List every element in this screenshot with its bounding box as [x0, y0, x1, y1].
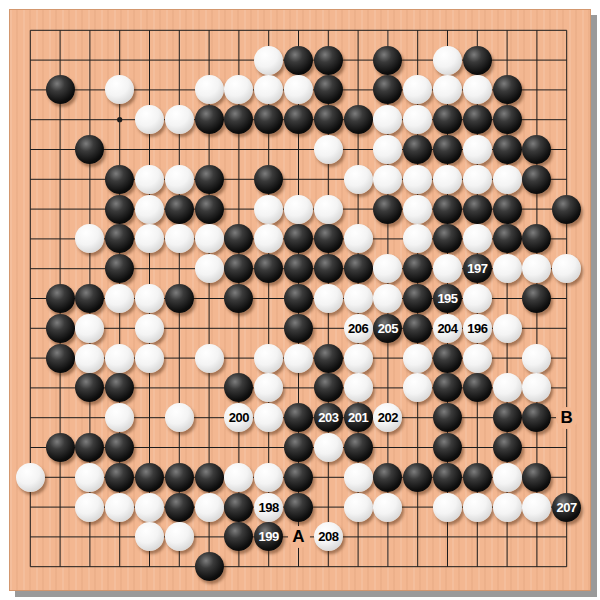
black-stone[interactable] — [552, 195, 581, 224]
black-stone[interactable] — [284, 403, 313, 432]
black-stone[interactable] — [165, 463, 194, 492]
black-stone[interactable] — [493, 195, 522, 224]
white-stone[interactable]: 206 — [344, 314, 373, 343]
black-stone[interactable] — [493, 403, 522, 432]
black-stone[interactable] — [314, 105, 343, 134]
white-stone[interactable] — [403, 344, 432, 373]
white-stone[interactable] — [165, 522, 194, 551]
black-stone[interactable] — [463, 373, 492, 402]
move-number-label: 202 — [378, 411, 398, 424]
white-stone[interactable] — [284, 344, 313, 373]
white-stone[interactable] — [463, 493, 492, 522]
move-number-label: 206 — [348, 322, 368, 335]
white-stone[interactable] — [314, 195, 343, 224]
white-stone[interactable] — [463, 344, 492, 373]
white-stone[interactable] — [373, 493, 402, 522]
black-stone[interactable] — [314, 373, 343, 402]
white-stone[interactable] — [493, 254, 522, 283]
black-stone[interactable]: 195 — [433, 284, 462, 313]
black-stone[interactable] — [284, 463, 313, 492]
black-stone[interactable] — [195, 105, 224, 134]
black-stone[interactable] — [373, 463, 402, 492]
white-stone[interactable] — [195, 344, 224, 373]
white-stone[interactable] — [344, 344, 373, 373]
black-stone[interactable] — [314, 75, 343, 104]
white-stone[interactable] — [463, 224, 492, 253]
black-stone[interactable]: 203 — [314, 403, 343, 432]
black-stone[interactable] — [314, 254, 343, 283]
white-stone[interactable] — [344, 224, 373, 253]
black-stone[interactable] — [403, 463, 432, 492]
black-stone[interactable] — [46, 433, 75, 462]
move-number-label: 196 — [467, 322, 487, 335]
black-stone[interactable] — [403, 314, 432, 343]
move-number-label: 205 — [378, 322, 398, 335]
white-stone[interactable] — [433, 254, 462, 283]
black-stone[interactable] — [284, 254, 313, 283]
black-stone[interactable] — [493, 224, 522, 253]
white-stone[interactable] — [522, 493, 551, 522]
black-stone[interactable] — [46, 75, 75, 104]
white-stone[interactable] — [195, 254, 224, 283]
black-stone[interactable] — [493, 105, 522, 134]
white-stone[interactable] — [75, 463, 104, 492]
black-stone[interactable] — [284, 105, 313, 134]
black-stone[interactable] — [433, 403, 462, 432]
black-stone[interactable]: 197 — [463, 254, 492, 283]
star-point — [117, 117, 122, 122]
white-stone[interactable] — [135, 493, 164, 522]
white-stone[interactable] — [284, 195, 313, 224]
white-stone[interactable] — [75, 493, 104, 522]
black-stone[interactable] — [195, 165, 224, 194]
black-stone[interactable] — [403, 284, 432, 313]
white-stone[interactable] — [344, 284, 373, 313]
black-stone[interactable] — [433, 195, 462, 224]
black-stone[interactable] — [165, 493, 194, 522]
black-stone[interactable] — [46, 314, 75, 343]
white-stone[interactable]: 196 — [463, 314, 492, 343]
white-stone[interactable] — [493, 493, 522, 522]
white-stone[interactable] — [254, 46, 283, 75]
black-stone[interactable] — [463, 195, 492, 224]
white-stone[interactable] — [105, 344, 134, 373]
move-number-label: 203 — [318, 411, 338, 424]
white-stone[interactable] — [105, 284, 134, 313]
white-stone[interactable] — [135, 314, 164, 343]
white-stone[interactable] — [493, 165, 522, 194]
white-stone[interactable] — [165, 105, 194, 134]
white-stone[interactable] — [493, 463, 522, 492]
white-stone[interactable] — [373, 165, 402, 194]
white-stone[interactable] — [75, 344, 104, 373]
black-stone[interactable] — [314, 224, 343, 253]
white-stone[interactable] — [403, 165, 432, 194]
white-stone[interactable] — [195, 75, 224, 104]
black-stone[interactable] — [493, 135, 522, 164]
white-stone[interactable] — [135, 165, 164, 194]
black-stone[interactable] — [105, 433, 134, 462]
white-stone[interactable] — [224, 463, 253, 492]
move-number-label: 200 — [229, 411, 249, 424]
black-stone[interactable] — [344, 105, 373, 134]
white-stone[interactable] — [463, 75, 492, 104]
white-stone[interactable] — [135, 344, 164, 373]
black-stone[interactable] — [284, 46, 313, 75]
black-stone[interactable] — [433, 433, 462, 462]
white-stone[interactable] — [433, 46, 462, 75]
white-stone[interactable] — [16, 463, 45, 492]
black-stone[interactable] — [284, 493, 313, 522]
white-stone[interactable] — [135, 105, 164, 134]
white-stone[interactable] — [195, 224, 224, 253]
black-stone[interactable] — [344, 254, 373, 283]
white-stone[interactable] — [314, 284, 343, 313]
white-stone[interactable] — [314, 433, 343, 462]
black-stone[interactable]: 201 — [344, 403, 373, 432]
move-number-label: 201 — [348, 411, 368, 424]
white-stone[interactable] — [344, 165, 373, 194]
white-stone[interactable] — [135, 195, 164, 224]
white-stone[interactable]: 198 — [254, 493, 283, 522]
black-stone[interactable] — [433, 105, 462, 134]
move-number-label: 208 — [318, 530, 338, 543]
white-stone[interactable] — [254, 344, 283, 373]
black-stone[interactable] — [284, 284, 313, 313]
black-stone[interactable] — [463, 105, 492, 134]
white-stone[interactable] — [165, 165, 194, 194]
black-stone[interactable] — [493, 433, 522, 462]
white-stone[interactable] — [344, 493, 373, 522]
black-stone[interactable] — [493, 75, 522, 104]
white-stone[interactable] — [344, 373, 373, 402]
black-stone[interactable] — [373, 46, 402, 75]
black-stone[interactable] — [195, 552, 224, 581]
black-stone[interactable] — [284, 433, 313, 462]
point-label-A: A — [288, 526, 310, 548]
black-stone[interactable] — [403, 135, 432, 164]
white-stone[interactable] — [493, 373, 522, 402]
black-stone[interactable] — [135, 463, 164, 492]
black-stone[interactable] — [254, 165, 283, 194]
white-stone[interactable] — [75, 314, 104, 343]
page-background: 1971952062052041962002032012021982071992… — [0, 0, 600, 600]
black-stone[interactable] — [373, 195, 402, 224]
white-stone[interactable] — [403, 195, 432, 224]
black-stone[interactable] — [46, 344, 75, 373]
white-stone[interactable] — [105, 493, 134, 522]
white-stone[interactable] — [493, 314, 522, 343]
white-stone[interactable] — [135, 284, 164, 313]
black-stone[interactable]: 205 — [373, 314, 402, 343]
black-stone[interactable] — [344, 433, 373, 462]
black-stone[interactable] — [463, 463, 492, 492]
white-stone[interactable]: 208 — [314, 522, 343, 551]
black-stone[interactable]: 207 — [552, 493, 581, 522]
black-stone[interactable] — [522, 463, 551, 492]
black-stone[interactable] — [105, 195, 134, 224]
move-number-label: 199 — [259, 530, 279, 543]
black-stone[interactable] — [105, 463, 134, 492]
white-stone[interactable] — [463, 165, 492, 194]
black-stone[interactable] — [433, 463, 462, 492]
black-stone[interactable] — [314, 46, 343, 75]
white-stone[interactable]: 204 — [433, 314, 462, 343]
move-number-label: 207 — [557, 501, 577, 514]
black-stone[interactable] — [46, 284, 75, 313]
white-stone[interactable] — [463, 284, 492, 313]
white-stone[interactable] — [254, 463, 283, 492]
black-stone[interactable] — [433, 135, 462, 164]
white-stone[interactable] — [195, 493, 224, 522]
black-stone[interactable] — [195, 463, 224, 492]
move-number-label: 204 — [437, 322, 457, 335]
white-stone[interactable] — [463, 135, 492, 164]
black-stone[interactable] — [433, 344, 462, 373]
white-stone[interactable] — [433, 165, 462, 194]
black-stone[interactable] — [105, 165, 134, 194]
white-stone[interactable] — [344, 463, 373, 492]
white-stone[interactable] — [165, 403, 194, 432]
black-stone[interactable] — [165, 284, 194, 313]
move-number-label: 198 — [259, 501, 279, 514]
move-number-label: 197 — [467, 262, 487, 275]
white-stone[interactable] — [254, 195, 283, 224]
black-stone[interactable] — [463, 46, 492, 75]
black-stone[interactable] — [314, 344, 343, 373]
black-stone[interactable] — [195, 195, 224, 224]
white-stone[interactable] — [433, 493, 462, 522]
white-stone[interactable] — [314, 135, 343, 164]
point-label-B: B — [556, 407, 578, 429]
go-board[interactable]: 1971952062052041962002032012021982071992… — [9, 9, 591, 591]
black-stone[interactable] — [224, 493, 253, 522]
black-stone[interactable] — [165, 195, 194, 224]
white-stone[interactable] — [165, 224, 194, 253]
black-stone[interactable] — [522, 165, 551, 194]
black-stone[interactable] — [284, 314, 313, 343]
move-number-label: 195 — [437, 292, 457, 305]
white-stone[interactable] — [522, 344, 551, 373]
